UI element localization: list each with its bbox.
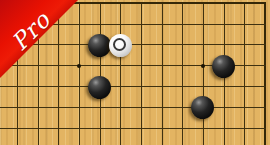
black-stone (88, 34, 111, 57)
grid-line (0, 128, 266, 129)
black-stone (191, 96, 214, 119)
last-move-circle-marker (113, 38, 126, 51)
grid-line (0, 107, 266, 108)
black-stone (88, 76, 111, 99)
white-stone (109, 34, 132, 57)
grid-line (0, 44, 266, 45)
star-point (201, 64, 205, 68)
app-screen: Pro (0, 0, 270, 145)
black-stone (212, 55, 235, 78)
grid-line (0, 86, 266, 87)
star-point (77, 64, 81, 68)
